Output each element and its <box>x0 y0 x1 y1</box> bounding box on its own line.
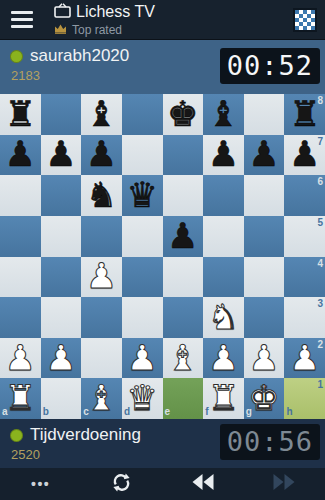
black-pawn-f7[interactable]: ♟ <box>208 137 239 172</box>
square-e5[interactable]: ♟ <box>163 216 204 257</box>
square-h2[interactable]: ♟2 <box>284 338 325 379</box>
square-d5[interactable] <box>122 216 163 257</box>
square-g4[interactable] <box>244 257 285 298</box>
coord-rank-7: 7 <box>317 137 323 147</box>
white-pawn-c4[interactable]: ♟ <box>86 259 117 294</box>
square-f1[interactable]: ♜f <box>203 378 244 419</box>
white-rook-f1[interactable]: ♜ <box>208 381 239 416</box>
square-a3[interactable] <box>0 297 41 338</box>
square-e6[interactable] <box>163 175 204 216</box>
black-queen-d6[interactable]: ♛ <box>126 178 157 213</box>
coord-rank-5: 5 <box>317 218 323 228</box>
player-bottom-rating: 2520 <box>11 447 141 462</box>
black-pawn-b7[interactable]: ♟ <box>45 137 76 172</box>
square-b7[interactable]: ♟ <box>41 135 82 176</box>
white-pawn-a2[interactable]: ♟ <box>5 341 36 376</box>
square-g5[interactable] <box>244 216 285 257</box>
square-h4[interactable]: 4 <box>284 257 325 298</box>
flip-refresh-button[interactable] <box>81 468 162 500</box>
square-a7[interactable]: ♟ <box>0 135 41 176</box>
black-rook-a8[interactable]: ♜ <box>5 97 36 132</box>
black-pawn-a7[interactable]: ♟ <box>5 137 36 172</box>
square-c7[interactable]: ♟ <box>81 135 122 176</box>
square-f8[interactable]: ♝ <box>203 94 244 135</box>
lichess-tv-app: Lichess TV Top rated saurabh2020 2183 <box>0 0 325 500</box>
square-d2[interactable]: ♟ <box>122 338 163 379</box>
refresh-icon <box>111 472 132 497</box>
player-top-clock: 00:52 <box>220 48 320 84</box>
square-c8[interactable]: ♝ <box>81 94 122 135</box>
page-title: Lichess TV <box>76 3 155 21</box>
more-menu-button[interactable]: ••• <box>0 468 81 500</box>
square-c2[interactable] <box>81 338 122 379</box>
bottom-toolbar: ••• <box>0 468 325 500</box>
square-b6[interactable] <box>41 175 82 216</box>
rewind-button[interactable] <box>163 468 244 500</box>
white-bishop-c1[interactable]: ♝ <box>86 381 117 416</box>
player-bottom-clock: 00:56 <box>220 424 320 460</box>
coord-file-c: c <box>83 407 89 417</box>
coord-rank-3: 3 <box>317 299 323 309</box>
tv-icon <box>54 3 71 22</box>
black-rook-h8[interactable]: ♜ <box>289 97 320 132</box>
square-h7[interactable]: ♟7 <box>284 135 325 176</box>
square-g6[interactable] <box>244 175 285 216</box>
menu-icon[interactable] <box>0 0 44 40</box>
coord-file-f: f <box>205 407 208 417</box>
white-king-g1[interactable]: ♚ <box>248 381 279 416</box>
square-a8[interactable]: ♜ <box>0 94 41 135</box>
square-d7[interactable] <box>122 135 163 176</box>
square-g7[interactable]: ♟ <box>244 135 285 176</box>
black-knight-c6[interactable]: ♞ <box>86 178 117 213</box>
white-queen-d1[interactable]: ♛ <box>126 381 157 416</box>
square-b8[interactable] <box>41 94 82 135</box>
square-g2[interactable]: ♟ <box>244 338 285 379</box>
black-king-e8[interactable]: ♚ <box>167 97 198 132</box>
black-pawn-h7[interactable]: ♟ <box>289 137 320 172</box>
player-top-name[interactable]: saurabh2020 <box>30 46 129 66</box>
chess-board[interactable]: ♜♝♚♝♜8♟♟♟♟♟♟7♞♛6♟5♟4♞3♟♟♟♝♟♟♟2♜ab♝c♛de♜f… <box>0 94 325 419</box>
coord-file-b: b <box>43 407 49 417</box>
square-a4[interactable] <box>0 257 41 298</box>
title-block: Lichess TV Top rated <box>54 3 155 37</box>
white-pawn-g2[interactable]: ♟ <box>248 341 279 376</box>
square-e4[interactable] <box>163 257 204 298</box>
online-dot <box>10 429 23 442</box>
white-bishop-e2[interactable]: ♝ <box>167 341 198 376</box>
black-bishop-c8[interactable]: ♝ <box>86 97 117 132</box>
square-a1[interactable]: ♜a <box>0 378 41 419</box>
white-rook-a1[interactable]: ♜ <box>5 381 36 416</box>
mini-board-icon[interactable] <box>293 8 317 32</box>
coord-rank-6: 6 <box>317 177 323 187</box>
square-c5[interactable] <box>81 216 122 257</box>
square-b1[interactable]: b <box>41 378 82 419</box>
coord-rank-1: 1 <box>317 380 323 390</box>
square-g1[interactable]: ♚g <box>244 378 285 419</box>
black-pawn-g7[interactable]: ♟ <box>248 137 279 172</box>
square-b2[interactable]: ♟ <box>41 338 82 379</box>
coord-rank-8: 8 <box>317 96 323 106</box>
forward-icon <box>273 474 295 494</box>
white-knight-f3[interactable]: ♞ <box>208 300 239 335</box>
white-pawn-d2[interactable]: ♟ <box>126 341 157 376</box>
black-bishop-f8[interactable]: ♝ <box>208 97 239 132</box>
header: Lichess TV Top rated <box>0 0 325 40</box>
coord-file-h: h <box>286 407 292 417</box>
coord-file-e: e <box>165 407 171 417</box>
coord-file-d: d <box>124 407 130 417</box>
black-pawn-e5[interactable]: ♟ <box>167 219 198 254</box>
square-c4[interactable]: ♟ <box>81 257 122 298</box>
square-b4[interactable] <box>41 257 82 298</box>
square-a6[interactable] <box>0 175 41 216</box>
white-pawn-f2[interactable]: ♟ <box>208 341 239 376</box>
coord-file-g: g <box>246 407 252 417</box>
square-f3[interactable]: ♞ <box>203 297 244 338</box>
square-e1[interactable]: e <box>163 378 204 419</box>
player-top: saurabh2020 2183 00:52 <box>0 40 325 94</box>
square-h3[interactable]: 3 <box>284 297 325 338</box>
square-e3[interactable] <box>163 297 204 338</box>
channel-label: Top rated <box>72 23 122 37</box>
square-a5[interactable] <box>0 216 41 257</box>
rewind-icon <box>192 474 214 494</box>
square-b3[interactable] <box>41 297 82 338</box>
square-f7[interactable]: ♟ <box>203 135 244 176</box>
online-dot <box>10 50 23 63</box>
square-b5[interactable] <box>41 216 82 257</box>
square-h5[interactable]: 5 <box>284 216 325 257</box>
player-top-rating: 2183 <box>11 68 129 83</box>
square-c1[interactable]: ♝c <box>81 378 122 419</box>
coord-file-a: a <box>2 407 8 417</box>
forward-button[interactable] <box>244 468 325 500</box>
square-d6[interactable]: ♛ <box>122 175 163 216</box>
square-f2[interactable]: ♟ <box>203 338 244 379</box>
square-f5[interactable] <box>203 216 244 257</box>
crown-icon <box>54 23 67 37</box>
player-bottom-name[interactable]: Tijdverdoening <box>30 425 141 445</box>
white-pawn-b2[interactable]: ♟ <box>45 341 76 376</box>
square-a2[interactable]: ♟ <box>0 338 41 379</box>
black-pawn-c7[interactable]: ♟ <box>86 137 117 172</box>
square-e2[interactable]: ♝ <box>163 338 204 379</box>
square-g3[interactable] <box>244 297 285 338</box>
coord-rank-2: 2 <box>317 340 323 350</box>
coord-rank-4: 4 <box>317 259 323 269</box>
square-h6[interactable]: 6 <box>284 175 325 216</box>
square-d8[interactable] <box>122 94 163 135</box>
square-g8[interactable] <box>244 94 285 135</box>
square-d1[interactable]: ♛d <box>122 378 163 419</box>
player-bottom: Tijdverdoening 2520 00:56 <box>0 419 325 468</box>
ellipsis-icon: ••• <box>31 476 50 492</box>
square-f4[interactable] <box>203 257 244 298</box>
square-c6[interactable]: ♞ <box>81 175 122 216</box>
square-c3[interactable] <box>81 297 122 338</box>
square-e8[interactable]: ♚ <box>163 94 204 135</box>
square-h8[interactable]: ♜8 <box>284 94 325 135</box>
square-d4[interactable] <box>122 257 163 298</box>
square-f6[interactable] <box>203 175 244 216</box>
square-h1[interactable]: h1 <box>284 378 325 419</box>
square-d3[interactable] <box>122 297 163 338</box>
white-pawn-h2[interactable]: ♟ <box>289 341 320 376</box>
square-e7[interactable] <box>163 135 204 176</box>
